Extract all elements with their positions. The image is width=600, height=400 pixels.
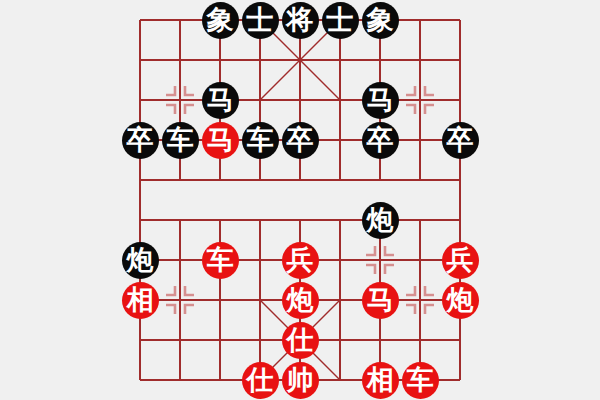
red-general[interactable]: 帅 [282, 362, 319, 399]
black-chariot[interactable]: 车 [242, 122, 279, 159]
red-soldier[interactable]: 兵 [282, 242, 319, 279]
black-soldier[interactable]: 卒 [442, 122, 479, 159]
black-soldier[interactable]: 卒 [122, 122, 159, 159]
red-soldier[interactable]: 兵 [442, 242, 479, 279]
black-advisor[interactable]: 士 [322, 2, 359, 39]
black-general[interactable]: 将 [282, 2, 319, 39]
black-soldier[interactable]: 卒 [282, 122, 319, 159]
black-horse[interactable]: 马 [202, 82, 239, 119]
black-elephant[interactable]: 象 [362, 2, 399, 39]
red-elephant[interactable]: 相 [122, 282, 159, 319]
black-cannon[interactable]: 炮 [122, 242, 159, 279]
red-cannon[interactable]: 炮 [282, 282, 319, 319]
xiangqi-board[interactable]: 象士将士象马马卒车马车卒卒卒炮炮车兵兵相炮马炮仕仕帅相车 [0, 0, 600, 400]
xiangqi-screen: 象士将士象马马卒车马车卒卒卒炮炮车兵兵相炮马炮仕仕帅相车 [0, 0, 600, 400]
red-advisor[interactable]: 仕 [242, 362, 279, 399]
black-elephant[interactable]: 象 [202, 2, 239, 39]
red-cannon[interactable]: 炮 [442, 282, 479, 319]
black-chariot[interactable]: 车 [162, 122, 199, 159]
black-soldier[interactable]: 卒 [362, 122, 399, 159]
red-elephant[interactable]: 相 [362, 362, 399, 399]
black-advisor[interactable]: 士 [242, 2, 279, 39]
red-advisor[interactable]: 仕 [282, 322, 319, 359]
red-chariot[interactable]: 车 [202, 242, 239, 279]
black-cannon[interactable]: 炮 [362, 202, 399, 239]
red-horse[interactable]: 马 [362, 282, 399, 319]
red-chariot[interactable]: 车 [402, 362, 439, 399]
black-horse[interactable]: 马 [362, 82, 399, 119]
red-horse[interactable]: 马 [202, 122, 239, 159]
